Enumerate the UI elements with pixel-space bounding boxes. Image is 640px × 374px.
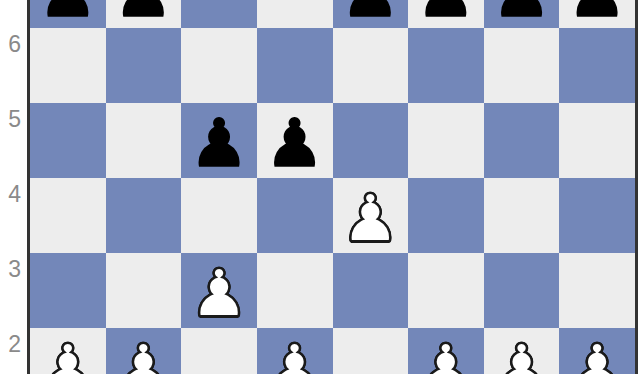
square-f7[interactable]: ♟ — [408, 0, 484, 28]
square-h3[interactable] — [559, 253, 635, 328]
square-c2[interactable] — [181, 328, 257, 374]
square-f3[interactable] — [408, 253, 484, 328]
square-e7[interactable]: ♟ — [333, 0, 409, 28]
rank-label-4: 4 — [0, 182, 21, 206]
square-e6[interactable] — [333, 28, 409, 103]
square-e5[interactable] — [333, 103, 409, 178]
black-pawn[interactable]: ♟ — [38, 0, 97, 27]
square-g6[interactable] — [484, 28, 560, 103]
square-b6[interactable] — [106, 28, 182, 103]
square-a4[interactable] — [30, 178, 106, 253]
square-e3[interactable] — [333, 253, 409, 328]
square-g5[interactable] — [484, 103, 560, 178]
square-a6[interactable] — [30, 28, 106, 103]
black-pawn[interactable]: ♟ — [416, 0, 475, 27]
square-c3[interactable]: ♟ — [181, 253, 257, 328]
chessboard-grid: ♟♟♟♟♟♟♟♟♟♟♟♟♟♟♟♟ — [30, 0, 635, 374]
rank-label-3: 3 — [0, 257, 21, 281]
black-pawn[interactable]: ♟ — [189, 111, 248, 177]
black-pawn[interactable]: ♟ — [114, 0, 173, 27]
square-b5[interactable] — [106, 103, 182, 178]
white-pawn[interactable]: ♟ — [568, 336, 627, 374]
white-pawn[interactable]: ♟ — [189, 261, 248, 327]
square-f6[interactable] — [408, 28, 484, 103]
chessboard-screenshot: ♟♟♟♟♟♟♟♟♟♟♟♟♟♟♟♟ 65432 — [0, 0, 640, 374]
square-c4[interactable] — [181, 178, 257, 253]
square-f4[interactable] — [408, 178, 484, 253]
square-c6[interactable] — [181, 28, 257, 103]
white-pawn[interactable]: ♟ — [341, 186, 400, 252]
square-e4[interactable]: ♟ — [333, 178, 409, 253]
square-a3[interactable] — [30, 253, 106, 328]
square-d5[interactable]: ♟ — [257, 103, 333, 178]
square-g7[interactable]: ♟ — [484, 0, 560, 28]
square-d4[interactable] — [257, 178, 333, 253]
square-d7[interactable] — [257, 0, 333, 28]
square-d6[interactable] — [257, 28, 333, 103]
square-h6[interactable] — [559, 28, 635, 103]
square-h7[interactable]: ♟ — [559, 0, 635, 28]
square-h4[interactable] — [559, 178, 635, 253]
square-e2[interactable] — [333, 328, 409, 374]
square-f5[interactable] — [408, 103, 484, 178]
square-g4[interactable] — [484, 178, 560, 253]
square-c7[interactable] — [181, 0, 257, 28]
square-d2[interactable]: ♟ — [257, 328, 333, 374]
square-g2[interactable]: ♟ — [484, 328, 560, 374]
square-g3[interactable] — [484, 253, 560, 328]
white-pawn[interactable]: ♟ — [265, 336, 324, 374]
rank-labels-gutter: 65432 — [0, 0, 27, 374]
rank-label-6: 6 — [0, 32, 21, 56]
square-a7[interactable]: ♟ — [30, 0, 106, 28]
white-pawn[interactable]: ♟ — [114, 336, 173, 374]
square-a2[interactable]: ♟ — [30, 328, 106, 374]
white-pawn[interactable]: ♟ — [492, 336, 551, 374]
white-pawn[interactable]: ♟ — [416, 336, 475, 374]
black-pawn[interactable]: ♟ — [341, 0, 400, 27]
black-pawn[interactable]: ♟ — [265, 111, 324, 177]
square-a5[interactable] — [30, 103, 106, 178]
black-pawn[interactable]: ♟ — [568, 0, 627, 27]
square-d3[interactable] — [257, 253, 333, 328]
square-b3[interactable] — [106, 253, 182, 328]
square-b4[interactable] — [106, 178, 182, 253]
rank-label-5: 5 — [0, 107, 21, 131]
square-c5[interactable]: ♟ — [181, 103, 257, 178]
chessboard: ♟♟♟♟♟♟♟♟♟♟♟♟♟♟♟♟ — [27, 0, 638, 374]
square-b2[interactable]: ♟ — [106, 328, 182, 374]
square-b7[interactable]: ♟ — [106, 0, 182, 28]
square-h5[interactable] — [559, 103, 635, 178]
rank-label-2: 2 — [0, 332, 21, 356]
square-f2[interactable]: ♟ — [408, 328, 484, 374]
black-pawn[interactable]: ♟ — [492, 0, 551, 27]
white-pawn[interactable]: ♟ — [38, 336, 97, 374]
square-h2[interactable]: ♟ — [559, 328, 635, 374]
